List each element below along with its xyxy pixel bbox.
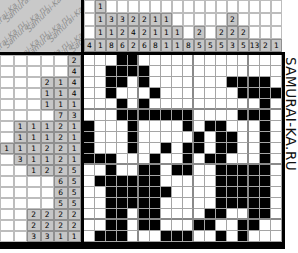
grid-cell-filled[interactable] — [106, 198, 117, 209]
grid-cell-filled[interactable] — [117, 77, 128, 88]
grid-cell-filled[interactable] — [249, 220, 260, 231]
grid-cell-filled[interactable] — [128, 143, 139, 154]
grid-cell-empty[interactable] — [84, 209, 95, 220]
grid-cell-filled[interactable] — [183, 231, 194, 242]
grid-cell-empty[interactable] — [150, 132, 161, 143]
grid-cell-filled[interactable] — [95, 154, 106, 165]
grid-cell-filled[interactable] — [117, 99, 128, 110]
grid-cell-filled[interactable] — [128, 132, 139, 143]
grid-cell-empty[interactable] — [95, 77, 106, 88]
grid-cell-empty[interactable] — [183, 99, 194, 110]
grid-cell-filled[interactable] — [106, 88, 117, 99]
grid-cell-filled[interactable] — [84, 143, 95, 154]
grid-cell-empty[interactable] — [161, 121, 172, 132]
grid-cell-empty[interactable] — [95, 66, 106, 77]
grid-cell-empty[interactable] — [161, 198, 172, 209]
grid-cell-empty[interactable] — [205, 77, 216, 88]
grid-cell-empty[interactable] — [271, 209, 282, 220]
grid-cell-empty[interactable] — [95, 88, 106, 99]
grid-cell-empty[interactable] — [106, 99, 117, 110]
grid-cell-filled[interactable] — [194, 143, 205, 154]
grid-cell-empty[interactable] — [139, 88, 150, 99]
grid-cell-empty[interactable] — [95, 143, 106, 154]
grid-cell-filled[interactable] — [238, 110, 249, 121]
grid-cell-empty[interactable] — [271, 110, 282, 121]
grid-cell-filled[interactable] — [249, 198, 260, 209]
grid-cell-empty[interactable] — [205, 66, 216, 77]
grid-cell-filled[interactable] — [249, 88, 260, 99]
grid-cell-empty[interactable] — [194, 121, 205, 132]
grid-cell-empty[interactable] — [183, 187, 194, 198]
grid-cell-empty[interactable] — [260, 55, 271, 66]
grid-cell-empty[interactable] — [161, 154, 172, 165]
grid-cell-empty[interactable] — [128, 220, 139, 231]
grid-cell-empty[interactable] — [84, 176, 95, 187]
grid-cell-empty[interactable] — [128, 165, 139, 176]
grid-cell-empty[interactable] — [205, 143, 216, 154]
grid-cell-empty[interactable] — [95, 110, 106, 121]
grid-cell-filled[interactable] — [183, 154, 194, 165]
grid-cell-filled[interactable] — [128, 198, 139, 209]
grid-cell-filled[interactable] — [260, 209, 271, 220]
grid-cell-empty[interactable] — [139, 154, 150, 165]
grid-cell-empty[interactable] — [271, 132, 282, 143]
grid-cell-filled[interactable] — [238, 220, 249, 231]
grid-cell-empty[interactable] — [139, 121, 150, 132]
grid-cell-empty[interactable] — [128, 154, 139, 165]
grid-cell-empty[interactable] — [238, 121, 249, 132]
grid-cell-filled[interactable] — [249, 209, 260, 220]
grid-cell-empty[interactable] — [249, 66, 260, 77]
grid-cell-empty[interactable] — [183, 220, 194, 231]
grid-cell-empty[interactable] — [161, 99, 172, 110]
grid-cell-empty[interactable] — [183, 66, 194, 77]
grid-cell-empty[interactable] — [139, 132, 150, 143]
grid-cell-filled[interactable] — [117, 110, 128, 121]
grid-cell-empty[interactable] — [172, 176, 183, 187]
grid-cell-filled[interactable] — [260, 121, 271, 132]
grid-cell-empty[interactable] — [172, 143, 183, 154]
grid-cell-empty[interactable] — [249, 55, 260, 66]
grid-cell-empty[interactable] — [128, 88, 139, 99]
grid-cell-filled[interactable] — [106, 220, 117, 231]
grid-cell-empty[interactable] — [172, 154, 183, 165]
grid-cell-empty[interactable] — [161, 66, 172, 77]
grid-cell-filled[interactable] — [106, 231, 117, 242]
grid-cell-filled[interactable] — [238, 88, 249, 99]
grid-cell-empty[interactable] — [227, 121, 238, 132]
grid-cell-filled[interactable] — [260, 154, 271, 165]
grid-cell-filled[interactable] — [183, 121, 194, 132]
grid-cell-empty[interactable] — [238, 55, 249, 66]
grid-cell-empty[interactable] — [205, 165, 216, 176]
grid-cell-empty[interactable] — [95, 121, 106, 132]
grid-cell-empty[interactable] — [205, 99, 216, 110]
grid-cell-filled[interactable] — [150, 154, 161, 165]
grid-cell-filled[interactable] — [260, 165, 271, 176]
grid-cell-filled[interactable] — [194, 132, 205, 143]
grid-cell-empty[interactable] — [117, 132, 128, 143]
grid-cell-empty[interactable] — [260, 231, 271, 242]
grid-cell-filled[interactable] — [172, 110, 183, 121]
grid-cell-empty[interactable] — [117, 165, 128, 176]
grid-cell-filled[interactable] — [150, 198, 161, 209]
grid-cell-filled[interactable] — [216, 198, 227, 209]
grid-cell-empty[interactable] — [95, 187, 106, 198]
grid-cell-empty[interactable] — [260, 220, 271, 231]
grid-cell-empty[interactable] — [216, 220, 227, 231]
grid-cell-filled[interactable] — [216, 231, 227, 242]
grid-cell-filled[interactable] — [205, 220, 216, 231]
grid-cell-filled[interactable] — [260, 99, 271, 110]
grid-cell-empty[interactable] — [106, 55, 117, 66]
grid-cell-empty[interactable] — [172, 88, 183, 99]
grid-cell-filled[interactable] — [150, 88, 161, 99]
grid-cell-empty[interactable] — [227, 220, 238, 231]
grid-cell-empty[interactable] — [161, 220, 172, 231]
grid-cell-filled[interactable] — [150, 220, 161, 231]
grid-cell-filled[interactable] — [161, 110, 172, 121]
grid-cell-empty[interactable] — [150, 66, 161, 77]
grid-cell-empty[interactable] — [84, 66, 95, 77]
grid-cell-empty[interactable] — [205, 55, 216, 66]
grid-cell-filled[interactable] — [216, 209, 227, 220]
grid-cell-empty[interactable] — [238, 66, 249, 77]
grid-cell-filled[interactable] — [117, 55, 128, 66]
grid-cell-empty[interactable] — [95, 55, 106, 66]
grid-cell-filled[interactable] — [249, 176, 260, 187]
grid-cell-empty[interactable] — [205, 176, 216, 187]
grid-cell-filled[interactable] — [150, 209, 161, 220]
grid-cell-filled[interactable] — [106, 209, 117, 220]
grid-cell-filled[interactable] — [227, 77, 238, 88]
grid-cell-filled[interactable] — [117, 209, 128, 220]
grid-cell-empty[interactable] — [227, 99, 238, 110]
grid-cell-empty[interactable] — [271, 143, 282, 154]
grid-cell-empty[interactable] — [172, 132, 183, 143]
grid-cell-empty[interactable] — [183, 176, 194, 187]
grid-cell-filled[interactable] — [139, 209, 150, 220]
grid-cell-empty[interactable] — [216, 99, 227, 110]
grid-cell-filled[interactable] — [106, 165, 117, 176]
grid-cell-filled[interactable] — [117, 198, 128, 209]
grid-cell-empty[interactable] — [249, 132, 260, 143]
grid-cell-empty[interactable] — [271, 187, 282, 198]
grid-cell-empty[interactable] — [95, 220, 106, 231]
grid-cell-filled[interactable] — [106, 176, 117, 187]
grid-cell-empty[interactable] — [183, 132, 194, 143]
grid-cell-filled[interactable] — [183, 165, 194, 176]
grid-cell-filled[interactable] — [216, 187, 227, 198]
grid-cell-empty[interactable] — [161, 132, 172, 143]
grid-cell-empty[interactable] — [106, 110, 117, 121]
grid-cell-filled[interactable] — [172, 165, 183, 176]
grid-cell-empty[interactable] — [172, 209, 183, 220]
grid-cell-empty[interactable] — [95, 132, 106, 143]
grid-cell-filled[interactable] — [260, 110, 271, 121]
grid-cell-filled[interactable] — [260, 176, 271, 187]
grid-cell-empty[interactable] — [84, 55, 95, 66]
grid-cell-empty[interactable] — [271, 121, 282, 132]
grid-cell-filled[interactable] — [117, 220, 128, 231]
grid-cell-empty[interactable] — [95, 165, 106, 176]
grid-cell-filled[interactable] — [227, 176, 238, 187]
grid-cell-empty[interactable] — [271, 66, 282, 77]
grid-cell-filled[interactable] — [227, 165, 238, 176]
grid-cell-empty[interactable] — [271, 198, 282, 209]
grid-cell-empty[interactable] — [238, 209, 249, 220]
grid-cell-empty[interactable] — [150, 121, 161, 132]
grid-cell-filled[interactable] — [238, 187, 249, 198]
grid-cell-filled[interactable] — [227, 187, 238, 198]
grid-cell-filled[interactable] — [249, 187, 260, 198]
grid-cell-empty[interactable] — [172, 99, 183, 110]
grid-cell-empty[interactable] — [238, 132, 249, 143]
grid-cell-empty[interactable] — [84, 231, 95, 242]
grid-cell-empty[interactable] — [84, 99, 95, 110]
grid-cell-empty[interactable] — [194, 55, 205, 66]
grid-cell-filled[interactable] — [139, 176, 150, 187]
grid-cell-filled[interactable] — [150, 176, 161, 187]
grid-cell-filled[interactable] — [84, 132, 95, 143]
grid-cell-empty[interactable] — [249, 154, 260, 165]
grid-cell-filled[interactable] — [216, 132, 227, 143]
grid-cell-empty[interactable] — [205, 88, 216, 99]
grid-cell-filled[interactable] — [227, 143, 238, 154]
grid-cell-empty[interactable] — [172, 187, 183, 198]
grid-cell-filled[interactable] — [150, 165, 161, 176]
grid-cell-empty[interactable] — [139, 231, 150, 242]
grid-cell-empty[interactable] — [106, 121, 117, 132]
grid-cell-empty[interactable] — [249, 99, 260, 110]
grid-cell-empty[interactable] — [183, 55, 194, 66]
grid-cell-empty[interactable] — [128, 99, 139, 110]
grid-cell-empty[interactable] — [128, 209, 139, 220]
grid-cell-filled[interactable] — [216, 143, 227, 154]
grid-cell-filled[interactable] — [249, 110, 260, 121]
grid-cell-filled[interactable] — [216, 165, 227, 176]
grid-cell-filled[interactable] — [161, 143, 172, 154]
grid-cell-filled[interactable] — [128, 121, 139, 132]
grid-cell-filled[interactable] — [183, 110, 194, 121]
grid-cell-filled[interactable] — [117, 66, 128, 77]
grid-cell-empty[interactable] — [194, 88, 205, 99]
grid-cell-empty[interactable] — [194, 176, 205, 187]
grid-cell-filled[interactable] — [260, 187, 271, 198]
grid-cell-filled[interactable] — [271, 88, 282, 99]
grid-cell-empty[interactable] — [95, 99, 106, 110]
grid-cell-filled[interactable] — [161, 187, 172, 198]
grid-cell-filled[interactable] — [183, 143, 194, 154]
grid-cell-empty[interactable] — [216, 110, 227, 121]
grid-cell-empty[interactable] — [161, 77, 172, 88]
grid-cell-filled[interactable] — [117, 176, 128, 187]
grid-cell-filled[interactable] — [216, 176, 227, 187]
grid-cell-filled[interactable] — [150, 187, 161, 198]
grid-cell-empty[interactable] — [205, 198, 216, 209]
grid-cell-filled[interactable] — [139, 66, 150, 77]
grid-cell-empty[interactable] — [172, 198, 183, 209]
grid-cell-empty[interactable] — [249, 121, 260, 132]
grid-cell-empty[interactable] — [194, 99, 205, 110]
grid-cell-empty[interactable] — [150, 99, 161, 110]
grid-cell-filled[interactable] — [106, 66, 117, 77]
grid-cell-filled[interactable] — [117, 231, 128, 242]
grid-cell-empty[interactable] — [117, 88, 128, 99]
grid-cell-filled[interactable] — [249, 165, 260, 176]
grid-cell-empty[interactable] — [183, 198, 194, 209]
grid-cell-empty[interactable] — [84, 88, 95, 99]
grid-cell-empty[interactable] — [194, 154, 205, 165]
grid-cell-empty[interactable] — [183, 209, 194, 220]
grid-cell-filled[interactable] — [238, 165, 249, 176]
grid-cell-empty[interactable] — [271, 176, 282, 187]
grid-cell-filled[interactable] — [260, 143, 271, 154]
grid-cell-empty[interactable] — [194, 231, 205, 242]
grid-cell-filled[interactable] — [238, 176, 249, 187]
grid-cell-empty[interactable] — [260, 66, 271, 77]
grid-cell-filled[interactable] — [205, 121, 216, 132]
grid-cell-filled[interactable] — [84, 154, 95, 165]
grid-cell-empty[interactable] — [150, 231, 161, 242]
grid-cell-filled[interactable] — [95, 231, 106, 242]
grid-cell-filled[interactable] — [172, 231, 183, 242]
grid-cell-empty[interactable] — [238, 154, 249, 165]
grid-cell-empty[interactable] — [161, 209, 172, 220]
grid-cell-empty[interactable] — [128, 77, 139, 88]
grid-cell-empty[interactable] — [227, 209, 238, 220]
grid-cell-empty[interactable] — [139, 143, 150, 154]
grid-cell-empty[interactable] — [84, 220, 95, 231]
grid-cell-filled[interactable] — [260, 88, 271, 99]
grid-cell-filled[interactable] — [227, 198, 238, 209]
grid-cell-empty[interactable] — [227, 154, 238, 165]
grid-cell-filled[interactable] — [139, 99, 150, 110]
grid-cell-empty[interactable] — [150, 77, 161, 88]
grid-cell-empty[interactable] — [216, 77, 227, 88]
grid-cell-empty[interactable] — [238, 143, 249, 154]
grid-cell-empty[interactable] — [84, 198, 95, 209]
grid-cell-empty[interactable] — [84, 110, 95, 121]
grid-cell-empty[interactable] — [249, 231, 260, 242]
grid-cell-empty[interactable] — [271, 231, 282, 242]
grid-cell-empty[interactable] — [194, 66, 205, 77]
grid-cell-filled[interactable] — [117, 187, 128, 198]
grid-cell-empty[interactable] — [271, 77, 282, 88]
grid-cell-filled[interactable] — [84, 121, 95, 132]
grid-cell-empty[interactable] — [161, 55, 172, 66]
grid-cell-empty[interactable] — [161, 88, 172, 99]
grid-cell-empty[interactable] — [227, 231, 238, 242]
grid-cell-filled[interactable] — [128, 66, 139, 77]
grid-cell-empty[interactable] — [271, 99, 282, 110]
grid-cell-filled[interactable] — [128, 176, 139, 187]
grid-cell-empty[interactable] — [271, 55, 282, 66]
grid-cell-filled[interactable] — [139, 77, 150, 88]
grid-cell-filled[interactable] — [238, 231, 249, 242]
grid-cell-empty[interactable] — [150, 55, 161, 66]
grid-cell-empty[interactable] — [161, 176, 172, 187]
grid-cell-filled[interactable] — [128, 55, 139, 66]
grid-cell-empty[interactable] — [194, 198, 205, 209]
grid-cell-empty[interactable] — [172, 77, 183, 88]
grid-cell-empty[interactable] — [271, 220, 282, 231]
grid-cell-empty[interactable] — [95, 198, 106, 209]
grid-cell-empty[interactable] — [194, 165, 205, 176]
grid-cell-empty[interactable] — [216, 66, 227, 77]
grid-cell-empty[interactable] — [194, 187, 205, 198]
grid-cell-empty[interactable] — [183, 88, 194, 99]
grid-cell-filled[interactable] — [128, 187, 139, 198]
grid-cell-empty[interactable] — [205, 110, 216, 121]
grid-cell-filled[interactable] — [139, 165, 150, 176]
grid-cell-empty[interactable] — [205, 187, 216, 198]
grid-cell-empty[interactable] — [183, 77, 194, 88]
grid-cell-empty[interactable] — [227, 55, 238, 66]
grid-cell-empty[interactable] — [117, 154, 128, 165]
grid-cell-empty[interactable] — [117, 143, 128, 154]
grid-cell-filled[interactable] — [227, 132, 238, 143]
grid-cell-empty[interactable] — [84, 187, 95, 198]
grid-cell-filled[interactable] — [95, 176, 106, 187]
grid-cell-filled[interactable] — [194, 220, 205, 231]
grid-cell-filled[interactable] — [205, 209, 216, 220]
grid-cell-empty[interactable] — [106, 132, 117, 143]
grid-cell-empty[interactable] — [128, 231, 139, 242]
nonogram-grid[interactable] — [84, 55, 282, 242]
grid-cell-filled[interactable] — [139, 187, 150, 198]
grid-cell-filled[interactable] — [106, 154, 117, 165]
grid-cell-filled[interactable] — [161, 231, 172, 242]
grid-cell-empty[interactable] — [271, 165, 282, 176]
grid-cell-filled[interactable] — [139, 198, 150, 209]
grid-cell-filled[interactable] — [216, 121, 227, 132]
grid-cell-filled[interactable] — [260, 198, 271, 209]
grid-cell-empty[interactable] — [194, 209, 205, 220]
grid-cell-filled[interactable] — [139, 220, 150, 231]
grid-cell-filled[interactable] — [106, 187, 117, 198]
grid-cell-empty[interactable] — [161, 165, 172, 176]
grid-cell-filled[interactable] — [106, 77, 117, 88]
grid-cell-empty[interactable] — [194, 77, 205, 88]
grid-cell-empty[interactable] — [117, 121, 128, 132]
grid-cell-filled[interactable] — [238, 198, 249, 209]
grid-cell-empty[interactable] — [84, 77, 95, 88]
grid-cell-empty[interactable] — [84, 165, 95, 176]
grid-cell-empty[interactable] — [238, 99, 249, 110]
grid-cell-empty[interactable] — [227, 88, 238, 99]
grid-cell-empty[interactable] — [172, 121, 183, 132]
grid-cell-filled[interactable] — [128, 110, 139, 121]
grid-cell-filled[interactable] — [260, 132, 271, 143]
grid-cell-empty[interactable] — [150, 143, 161, 154]
grid-cell-filled[interactable] — [238, 77, 249, 88]
grid-cell-empty[interactable] — [216, 88, 227, 99]
grid-cell-empty[interactable] — [172, 220, 183, 231]
grid-cell-empty[interactable] — [106, 143, 117, 154]
grid-cell-empty[interactable] — [194, 110, 205, 121]
grid-cell-empty[interactable] — [205, 231, 216, 242]
grid-cell-empty[interactable] — [216, 55, 227, 66]
grid-cell-empty[interactable] — [139, 55, 150, 66]
grid-cell-empty[interactable] — [95, 209, 106, 220]
grid-cell-filled[interactable] — [139, 110, 150, 121]
grid-cell-filled[interactable] — [205, 154, 216, 165]
grid-cell-empty[interactable] — [227, 66, 238, 77]
grid-cell-empty[interactable] — [172, 55, 183, 66]
grid-cell-filled[interactable] — [150, 110, 161, 121]
grid-cell-empty[interactable] — [227, 110, 238, 121]
